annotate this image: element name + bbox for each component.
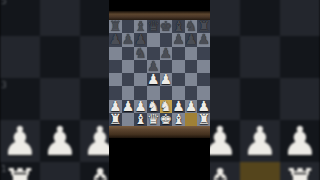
black-pawn-icon: ♟ (134, 33, 147, 46)
table-wood-top (109, 11, 210, 20)
square-c7[interactable]: ♟ (134, 33, 147, 46)
square-a6[interactable] (109, 47, 122, 60)
square-f7[interactable]: ♟ (172, 33, 185, 46)
square-a5[interactable] (109, 60, 122, 73)
square-f4[interactable] (172, 73, 185, 86)
square-g4 (240, 36, 280, 78)
square-a8[interactable]: ♜ (109, 20, 122, 33)
white-pawn-icon: ♟ (197, 100, 210, 113)
black-queen-icon: ♛ (147, 20, 160, 33)
square-b5 (40, 0, 80, 36)
square-h2: ♟ (280, 120, 320, 162)
square-h4 (280, 36, 320, 78)
square-b7[interactable]: ♟ (122, 33, 135, 46)
black-knight-icon: ♞ (134, 47, 147, 60)
square-g6[interactable] (185, 47, 198, 60)
square-e6[interactable]: ♟ (160, 47, 173, 60)
square-e5[interactable] (160, 60, 173, 73)
black-bishop-icon: ♝ (134, 20, 147, 33)
white-pawn-icon: ♟ (185, 100, 198, 113)
white-pawn-icon: ♟ (147, 73, 160, 86)
square-g4[interactable] (185, 73, 198, 86)
square-a2[interactable]: ♟ (109, 100, 122, 113)
square-h4[interactable] (197, 73, 210, 86)
white-rook-icon: ♜ (197, 113, 210, 126)
table-wood-bottom (109, 126, 210, 138)
square-f5[interactable] (172, 60, 185, 73)
square-c3[interactable] (134, 86, 147, 99)
square-d4[interactable]: ♟ (147, 73, 160, 86)
white-knight-icon: ♞ (147, 100, 160, 113)
square-a4[interactable] (109, 73, 122, 86)
square-e1[interactable]: ♚ (160, 113, 173, 126)
square-h8[interactable]: ♜ (197, 20, 210, 33)
square-c4[interactable] (134, 73, 147, 86)
white-pawn-icon: ♟ (172, 100, 185, 113)
black-pawn-icon: ♟ (109, 33, 122, 46)
square-h3 (280, 78, 320, 120)
square-g5[interactable] (185, 60, 198, 73)
square-f3[interactable] (172, 86, 185, 99)
white-bishop-icon: ♝ (172, 113, 185, 126)
square-a1[interactable]: ♜ (109, 113, 122, 126)
black-rook-icon: ♜ (197, 20, 210, 33)
square-f8[interactable]: ♝ (172, 20, 185, 33)
square-b8[interactable] (122, 20, 135, 33)
black-rook-icon: ♜ (109, 20, 122, 33)
white-king-icon: ♚ (160, 113, 173, 126)
square-d1[interactable]: ♛ (147, 113, 160, 126)
square-d6[interactable] (147, 47, 160, 60)
square-e3[interactable] (160, 86, 173, 99)
square-d8[interactable]: ♛ (147, 20, 160, 33)
background-rank-label-1: 1 (1, 164, 7, 174)
white-rook-icon: ♜ (109, 113, 122, 126)
square-b1 (40, 162, 80, 180)
square-g3[interactable] (185, 86, 198, 99)
square-a4 (0, 36, 40, 78)
square-h2[interactable]: ♟ (197, 100, 210, 113)
square-a7[interactable]: ♟ (109, 33, 122, 46)
square-b4[interactable] (122, 73, 135, 86)
square-b5[interactable] (122, 60, 135, 73)
white-bishop-icon: ♝ (134, 113, 147, 126)
square-h1[interactable]: ♜ (197, 113, 210, 126)
background-rank-label-5: 5 (1, 0, 7, 6)
square-a3[interactable] (109, 86, 122, 99)
square-g1[interactable] (185, 113, 198, 126)
black-knight-icon: ♞ (185, 20, 198, 33)
square-f2[interactable]: ♟ (172, 100, 185, 113)
square-d7[interactable] (147, 33, 160, 46)
square-g1 (240, 162, 280, 180)
square-g2: ♟ (240, 120, 280, 162)
square-a2: ♟ (0, 120, 40, 162)
square-g8[interactable]: ♞ (185, 20, 198, 33)
chess-board: ♜♝♛♚♝♞♜♟♟♟♟♟♟♞♟♟♟♟♟♟♟♞♞♟♟♟♜♝♛♚♝♜ (109, 20, 210, 126)
square-c1[interactable]: ♝ (134, 113, 147, 126)
square-e8[interactable]: ♚ (160, 20, 173, 33)
video-letterbox-top (109, 0, 210, 11)
white-pawn-icon: ♟ (109, 100, 122, 113)
white-rook-icon: ♜ (2, 162, 38, 180)
square-b1[interactable] (122, 113, 135, 126)
black-pawn-icon: ♟ (122, 33, 135, 46)
square-b2: ♟ (40, 120, 80, 162)
square-e4[interactable]: ♟ (160, 73, 173, 86)
square-e7[interactable] (160, 33, 173, 46)
white-pawn-icon: ♟ (134, 100, 147, 113)
white-knight-icon: ♞ (160, 100, 173, 113)
square-b6[interactable] (122, 47, 135, 60)
square-c6[interactable]: ♞ (134, 47, 147, 60)
square-h5 (280, 0, 320, 36)
square-c8[interactable]: ♝ (134, 20, 147, 33)
square-b3[interactable] (122, 86, 135, 99)
square-f1[interactable]: ♝ (172, 113, 185, 126)
square-g3 (240, 78, 280, 120)
square-b4 (40, 36, 80, 78)
white-pawn-icon: ♟ (242, 120, 278, 162)
video-letterbox-bottom (109, 138, 210, 180)
square-h6[interactable] (197, 47, 210, 60)
square-h3[interactable] (197, 86, 210, 99)
square-d2[interactable]: ♞ (147, 100, 160, 113)
white-queen-icon: ♛ (147, 113, 160, 126)
square-g5 (240, 0, 280, 36)
square-d3[interactable] (147, 86, 160, 99)
white-pawn-icon: ♟ (122, 100, 135, 113)
square-b3 (40, 78, 80, 120)
white-pawn-icon: ♟ (42, 120, 78, 162)
square-d5[interactable]: ♟ (147, 60, 160, 73)
square-e2[interactable]: ♞ (160, 100, 173, 113)
square-g2[interactable]: ♟ (185, 100, 198, 113)
black-pawn-icon: ♟ (197, 33, 210, 46)
black-pawn-icon: ♟ (147, 60, 160, 73)
square-h1: ♜ (280, 162, 320, 180)
square-c5[interactable] (134, 60, 147, 73)
square-g7[interactable]: ♟ (185, 33, 198, 46)
black-bishop-icon: ♝ (172, 20, 185, 33)
black-pawn-icon: ♟ (160, 47, 173, 60)
white-rook-icon: ♜ (282, 162, 318, 180)
black-pawn-icon: ♟ (185, 33, 198, 46)
white-pawn-icon: ♟ (160, 73, 173, 86)
white-pawn-icon: ♟ (2, 120, 38, 162)
square-c2[interactable]: ♟ (134, 100, 147, 113)
square-h7[interactable]: ♟ (197, 33, 210, 46)
black-pawn-icon: ♟ (172, 33, 185, 46)
square-h5[interactable] (197, 60, 210, 73)
square-f6[interactable] (172, 47, 185, 60)
screenshot-frame: ♟♟♟♟♟♟♜♝♝♜ 531 ♜♝♛♚♝♞♜♟♟♟♟♟♟♞♟♟♟♟♟♟♟♞♞♟♟… (0, 0, 320, 180)
square-b2[interactable]: ♟ (122, 100, 135, 113)
black-king-icon: ♚ (160, 20, 173, 33)
video-frame: ♜♝♛♚♝♞♜♟♟♟♟♟♟♞♟♟♟♟♟♟♟♞♞♟♟♟♜♝♛♚♝♜ (109, 0, 210, 180)
background-rank-label-3: 3 (1, 80, 7, 90)
white-pawn-icon: ♟ (282, 120, 318, 162)
